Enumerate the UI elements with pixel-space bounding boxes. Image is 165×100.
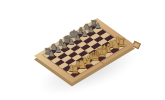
piece-black-pawn[interactable]: ♟ (61, 43, 67, 50)
piece-black-pawn[interactable]: ♟ (68, 39, 74, 46)
piece-black-pawn[interactable]: ♟ (75, 35, 81, 42)
product-photo: ♜♞♝♛♚♝♞♜♟♟♟♟♟♟♟♟♟♟♟♟♟♟♟♟♜♞♝♛♚♝♞♜ (0, 0, 165, 100)
piece-black-pawn[interactable]: ♟ (48, 51, 54, 58)
piece-black-pawn[interactable]: ♟ (94, 23, 100, 30)
piece-black-pawn[interactable]: ♟ (81, 31, 87, 38)
piece-white-rook[interactable]: ♜ (71, 65, 81, 76)
piece-black-pawn[interactable]: ♟ (55, 47, 61, 54)
piece-black-pawn[interactable]: ♟ (88, 27, 94, 34)
pieces-layer: ♜♞♝♛♚♝♞♜♟♟♟♟♟♟♟♟♟♟♟♟♟♟♟♟♜♞♝♛♚♝♞♜ (0, 0, 165, 100)
